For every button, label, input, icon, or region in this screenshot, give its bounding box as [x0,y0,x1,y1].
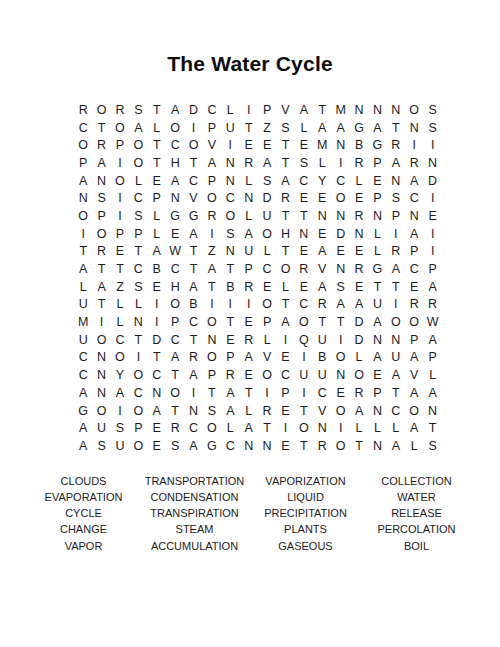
grid-cell[interactable]: I [184,119,202,137]
grid-cell[interactable]: O [92,402,110,420]
grid-cell[interactable]: P [92,207,110,225]
grid-cell[interactable]: T [129,243,147,261]
grid-cell[interactable]: O [129,437,147,455]
grid-cell[interactable]: B [148,260,166,278]
grid-cell[interactable]: O [166,119,184,137]
grid-cell[interactable]: C [111,331,129,349]
grid-cell[interactable]: P [129,225,147,243]
grid-cell[interactable]: Z [258,119,276,137]
grid-cell[interactable]: E [240,136,258,154]
grid-cell[interactable]: C [74,119,92,137]
grid-cell[interactable]: P [387,207,405,225]
grid-cell[interactable]: P [148,189,166,207]
grid-cell[interactable]: V [313,260,331,278]
grid-cell[interactable]: R [240,278,258,296]
grid-cell[interactable]: L [240,207,258,225]
grid-cell[interactable]: E [148,437,166,455]
grid-cell[interactable]: R [313,437,331,455]
grid-cell[interactable]: C [148,366,166,384]
grid-cell[interactable]: A [295,101,313,119]
grid-cell[interactable]: G [184,207,202,225]
grid-cell[interactable]: R [203,207,221,225]
grid-cell[interactable]: O [111,172,129,190]
grid-cell[interactable]: C [166,136,184,154]
grid-cell[interactable]: P [221,349,239,367]
grid-cell[interactable]: I [295,384,313,402]
grid-cell[interactable]: I [423,136,441,154]
grid-cell[interactable]: T [74,243,92,261]
grid-cell[interactable]: P [74,154,92,172]
grid-cell[interactable]: D [184,101,202,119]
grid-cell[interactable]: A [166,101,184,119]
grid-cell[interactable]: P [203,172,221,190]
grid-cell[interactable]: A [405,172,423,190]
grid-cell[interactable]: T [166,402,184,420]
grid-cell[interactable]: E [148,278,166,296]
grid-cell[interactable]: E [313,189,331,207]
grid-cell[interactable]: I [240,101,258,119]
grid-cell[interactable]: I [111,189,129,207]
grid-cell[interactable]: U [295,366,313,384]
grid-cell[interactable]: T [148,101,166,119]
grid-cell[interactable]: O [111,119,129,137]
grid-cell[interactable]: O [295,313,313,331]
grid-cell[interactable]: U [74,331,92,349]
grid-cell[interactable]: L [221,419,239,437]
grid-cell[interactable]: M [74,313,92,331]
grid-cell[interactable]: A [423,384,441,402]
grid-cell[interactable]: I [276,331,294,349]
grid-cell[interactable]: N [221,172,239,190]
grid-cell[interactable]: O [258,225,276,243]
grid-cell[interactable]: R [387,243,405,261]
grid-cell[interactable]: I [276,419,294,437]
grid-cell[interactable]: R [350,260,368,278]
grid-cell[interactable]: O [405,101,423,119]
grid-cell[interactable]: L [148,207,166,225]
grid-cell[interactable]: N [368,402,386,420]
grid-cell[interactable]: S [221,225,239,243]
grid-cell[interactable]: N [350,225,368,243]
grid-cell[interactable]: W [166,243,184,261]
grid-cell[interactable]: V [184,189,202,207]
grid-cell[interactable]: E [368,366,386,384]
grid-cell[interactable]: E [276,402,294,420]
grid-cell[interactable]: E [350,278,368,296]
grid-cell[interactable]: I [184,384,202,402]
grid-cell[interactable]: S [258,172,276,190]
grid-cell[interactable]: N [313,207,331,225]
grid-cell[interactable]: O [203,419,221,437]
grid-cell[interactable]: A [74,172,92,190]
grid-cell[interactable]: R [405,296,423,314]
grid-cell[interactable]: S [423,437,441,455]
grid-cell[interactable]: C [184,172,202,190]
grid-cell[interactable]: A [387,154,405,172]
grid-cell[interactable]: A [92,154,110,172]
grid-cell[interactable]: L [276,278,294,296]
grid-cell[interactable]: P [166,313,184,331]
grid-cell[interactable]: T [258,419,276,437]
grid-cell[interactable]: A [258,154,276,172]
grid-cell[interactable]: N [203,331,221,349]
grid-cell[interactable]: A [240,225,258,243]
grid-cell[interactable]: D [350,313,368,331]
grid-cell[interactable]: R [240,154,258,172]
grid-cell[interactable]: V [313,402,331,420]
grid-cell[interactable]: L [258,331,276,349]
grid-cell[interactable]: O [203,313,221,331]
grid-cell[interactable]: O [129,402,147,420]
grid-cell[interactable]: G [350,119,368,137]
grid-cell[interactable]: N [221,243,239,261]
grid-cell[interactable]: P [203,366,221,384]
grid-cell[interactable]: C [184,419,202,437]
grid-cell[interactable]: R [387,136,405,154]
grid-cell[interactable]: V [405,366,423,384]
grid-cell[interactable]: U [111,437,129,455]
grid-cell[interactable]: H [166,154,184,172]
grid-cell[interactable]: C [387,402,405,420]
grid-cell[interactable]: A [74,384,92,402]
grid-cell[interactable]: O [350,366,368,384]
grid-cell[interactable]: S [92,437,110,455]
grid-cell[interactable]: L [350,419,368,437]
grid-cell[interactable]: O [258,366,276,384]
grid-cell[interactable]: N [240,189,258,207]
grid-cell[interactable]: R [350,154,368,172]
grid-cell[interactable]: I [111,207,129,225]
grid-cell[interactable]: S [387,189,405,207]
grid-cell[interactable]: E [350,243,368,261]
grid-cell[interactable]: P [203,119,221,137]
grid-cell[interactable]: L [368,243,386,261]
grid-cell[interactable]: E [276,349,294,367]
grid-cell[interactable]: T [276,136,294,154]
grid-cell[interactable]: S [423,119,441,137]
grid-cell[interactable]: I [331,154,349,172]
grid-cell[interactable]: T [203,384,221,402]
grid-cell[interactable]: L [295,119,313,137]
grid-cell[interactable]: O [74,207,92,225]
grid-cell[interactable]: S [203,402,221,420]
grid-cell[interactable]: R [258,402,276,420]
grid-cell[interactable]: C [166,331,184,349]
grid-cell[interactable]: C [74,349,92,367]
grid-cell[interactable]: O [221,207,239,225]
grid-cell[interactable]: R [295,260,313,278]
grid-cell[interactable]: P [368,384,386,402]
grid-cell[interactable]: I [221,296,239,314]
grid-cell[interactable]: N [92,349,110,367]
grid-cell[interactable]: A [368,349,386,367]
grid-cell[interactable]: O [203,189,221,207]
grid-cell[interactable]: L [350,172,368,190]
grid-cell[interactable]: Q [295,331,313,349]
grid-cell[interactable]: O [203,349,221,367]
grid-cell[interactable]: I [129,349,147,367]
grid-cell[interactable]: A [240,349,258,367]
grid-cell[interactable]: E [331,243,349,261]
grid-cell[interactable]: G [368,136,386,154]
grid-cell[interactable]: A [92,278,110,296]
grid-cell[interactable]: R [350,384,368,402]
grid-cell[interactable]: E [111,243,129,261]
grid-cell[interactable]: T [184,260,202,278]
grid-cell[interactable]: I [331,419,349,437]
grid-cell[interactable]: P [111,136,129,154]
grid-cell[interactable]: E [423,207,441,225]
grid-cell[interactable]: T [184,243,202,261]
grid-cell[interactable]: P [129,419,147,437]
grid-cell[interactable]: C [129,384,147,402]
grid-cell[interactable]: R [423,296,441,314]
grid-cell[interactable]: P [258,313,276,331]
grid-cell[interactable]: A [423,331,441,349]
grid-cell[interactable]: P [405,331,423,349]
grid-cell[interactable]: N [387,172,405,190]
grid-cell[interactable]: U [387,349,405,367]
grid-cell[interactable]: H [276,225,294,243]
grid-cell[interactable]: A [221,402,239,420]
grid-cell[interactable]: L [405,437,423,455]
grid-cell[interactable]: A [184,278,202,296]
grid-cell[interactable]: N [423,402,441,420]
grid-cell[interactable]: T [184,154,202,172]
grid-cell[interactable]: E [331,384,349,402]
grid-cell[interactable]: C [203,101,221,119]
grid-cell[interactable]: D [331,225,349,243]
grid-cell[interactable]: E [148,172,166,190]
grid-cell[interactable]: C [405,260,423,278]
grid-cell[interactable]: B [221,278,239,296]
grid-cell[interactable]: N [387,331,405,349]
grid-cell[interactable]: S [129,101,147,119]
grid-cell[interactable]: T [276,243,294,261]
grid-cell[interactable]: R [74,101,92,119]
grid-cell[interactable]: N [258,437,276,455]
grid-cell[interactable]: U [258,207,276,225]
grid-cell[interactable]: P [423,260,441,278]
grid-cell[interactable]: T [221,313,239,331]
grid-cell[interactable]: N [423,154,441,172]
grid-cell[interactable]: A [184,366,202,384]
grid-cell[interactable]: T [166,366,184,384]
grid-cell[interactable]: R [405,154,423,172]
grid-cell[interactable]: U [92,419,110,437]
grid-cell[interactable]: T [240,119,258,137]
grid-cell[interactable]: L [111,296,129,314]
grid-cell[interactable]: E [295,189,313,207]
grid-cell[interactable]: T [203,278,221,296]
grid-cell[interactable]: N [405,119,423,137]
grid-cell[interactable]: S [166,437,184,455]
grid-cell[interactable]: T [387,278,405,296]
grid-cell[interactable]: A [368,313,386,331]
grid-cell[interactable]: A [166,349,184,367]
grid-cell[interactable]: A [313,278,331,296]
grid-cell[interactable]: S [129,278,147,296]
grid-cell[interactable]: L [148,225,166,243]
grid-cell[interactable]: D [423,172,441,190]
grid-cell[interactable]: V [258,349,276,367]
grid-cell[interactable]: T [92,119,110,137]
grid-cell[interactable]: T [313,313,331,331]
grid-cell[interactable]: L [423,366,441,384]
grid-cell[interactable]: E [295,136,313,154]
grid-cell[interactable]: L [74,278,92,296]
grid-cell[interactable]: S [331,278,349,296]
grid-cell[interactable]: A [405,384,423,402]
grid-cell[interactable]: O [166,296,184,314]
grid-cell[interactable]: D [258,189,276,207]
grid-cell[interactable]: R [276,189,294,207]
grid-cell[interactable]: N [184,402,202,420]
grid-cell[interactable]: S [276,119,294,137]
grid-cell[interactable]: N [331,136,349,154]
grid-cell[interactable]: R [92,136,110,154]
grid-cell[interactable]: A [166,172,184,190]
grid-cell[interactable]: E [221,331,239,349]
grid-cell[interactable]: T [184,331,202,349]
grid-cell[interactable]: H [166,278,184,296]
grid-cell[interactable]: U [221,119,239,137]
grid-cell[interactable]: P [368,189,386,207]
grid-cell[interactable]: O [331,402,349,420]
grid-cell[interactable]: D [148,331,166,349]
grid-cell[interactable]: G [203,437,221,455]
grid-cell[interactable]: A [129,119,147,137]
grid-cell[interactable]: S [111,419,129,437]
grid-cell[interactable]: E [148,419,166,437]
grid-cell[interactable]: Z [111,278,129,296]
grid-cell[interactable]: I [423,243,441,261]
grid-cell[interactable]: T [111,260,129,278]
grid-cell[interactable]: O [295,419,313,437]
grid-cell[interactable]: A [405,419,423,437]
grid-cell[interactable]: O [276,260,294,278]
grid-cell[interactable]: T [148,136,166,154]
grid-cell[interactable]: B [313,349,331,367]
grid-cell[interactable]: A [74,437,92,455]
grid-cell[interactable]: N [368,101,386,119]
grid-cell[interactable]: O [129,136,147,154]
grid-cell[interactable]: P [258,101,276,119]
grid-cell[interactable]: O [258,296,276,314]
grid-cell[interactable]: P [368,154,386,172]
grid-cell[interactable]: Z [203,243,221,261]
grid-cell[interactable]: T [295,437,313,455]
grid-cell[interactable]: G [368,260,386,278]
grid-cell[interactable]: O [166,384,184,402]
grid-cell[interactable]: T [295,402,313,420]
grid-cell[interactable]: A [331,296,349,314]
grid-cell[interactable]: N [350,101,368,119]
grid-cell[interactable]: L [313,154,331,172]
grid-cell[interactable]: P [240,260,258,278]
grid-cell[interactable]: I [295,349,313,367]
grid-cell[interactable]: L [240,172,258,190]
grid-cell[interactable]: O [92,101,110,119]
grid-cell[interactable]: A [387,260,405,278]
grid-cell[interactable]: A [313,119,331,137]
grid-cell[interactable]: N [313,419,331,437]
grid-cell[interactable]: O [405,402,423,420]
grid-cell[interactable]: O [405,313,423,331]
grid-cell[interactable]: R [313,296,331,314]
grid-cell[interactable]: L [368,419,386,437]
grid-cell[interactable]: C [313,384,331,402]
grid-cell[interactable]: I [423,225,441,243]
grid-cell[interactable]: N [148,384,166,402]
grid-cell[interactable]: P [111,225,129,243]
grid-cell[interactable]: A [203,260,221,278]
grid-cell[interactable]: C [129,189,147,207]
grid-cell[interactable]: I [148,296,166,314]
grid-cell[interactable]: A [184,437,202,455]
grid-cell[interactable]: P [423,349,441,367]
grid-cell[interactable]: T [92,296,110,314]
grid-cell[interactable]: L [240,402,258,420]
grid-cell[interactable]: Y [111,366,129,384]
grid-cell[interactable]: O [92,331,110,349]
grid-cell[interactable]: C [74,366,92,384]
grid-cell[interactable]: A [221,384,239,402]
grid-cell[interactable]: E [313,225,331,243]
grid-cell[interactable]: N [129,313,147,331]
grid-cell[interactable]: T [221,260,239,278]
grid-cell[interactable]: T [240,384,258,402]
grid-cell[interactable]: O [331,437,349,455]
grid-cell[interactable]: T [276,154,294,172]
grid-cell[interactable]: V [203,136,221,154]
grid-cell[interactable]: T [368,278,386,296]
grid-cell[interactable]: C [405,189,423,207]
grid-cell[interactable]: I [203,296,221,314]
grid-cell[interactable]: L [387,419,405,437]
grid-cell[interactable]: U [313,366,331,384]
grid-cell[interactable]: T [276,296,294,314]
grid-cell[interactable]: M [313,136,331,154]
grid-cell[interactable]: A [423,278,441,296]
grid-cell[interactable]: N [74,189,92,207]
grid-cell[interactable]: C [258,260,276,278]
grid-cell[interactable]: C [221,189,239,207]
grid-cell[interactable]: U [74,296,92,314]
grid-cell[interactable]: I [221,136,239,154]
grid-cell[interactable]: I [74,225,92,243]
grid-cell[interactable]: O [129,154,147,172]
grid-cell[interactable]: R [166,419,184,437]
grid-cell[interactable]: T [423,419,441,437]
grid-cell[interactable]: I [387,225,405,243]
grid-cell[interactable]: E [295,278,313,296]
grid-cell[interactable]: A [276,313,294,331]
grid-cell[interactable]: V [276,101,294,119]
grid-cell[interactable]: R [240,331,258,349]
grid-cell[interactable]: E [240,313,258,331]
grid-cell[interactable]: T [350,437,368,455]
grid-cell[interactable]: P [405,243,423,261]
grid-cell[interactable]: I [387,296,405,314]
grid-cell[interactable]: B [350,136,368,154]
grid-cell[interactable]: O [331,189,349,207]
grid-cell[interactable]: E [166,225,184,243]
grid-cell[interactable]: I [405,136,423,154]
grid-cell[interactable]: O [387,313,405,331]
grid-cell[interactable]: O [92,225,110,243]
grid-cell[interactable]: N [240,437,258,455]
